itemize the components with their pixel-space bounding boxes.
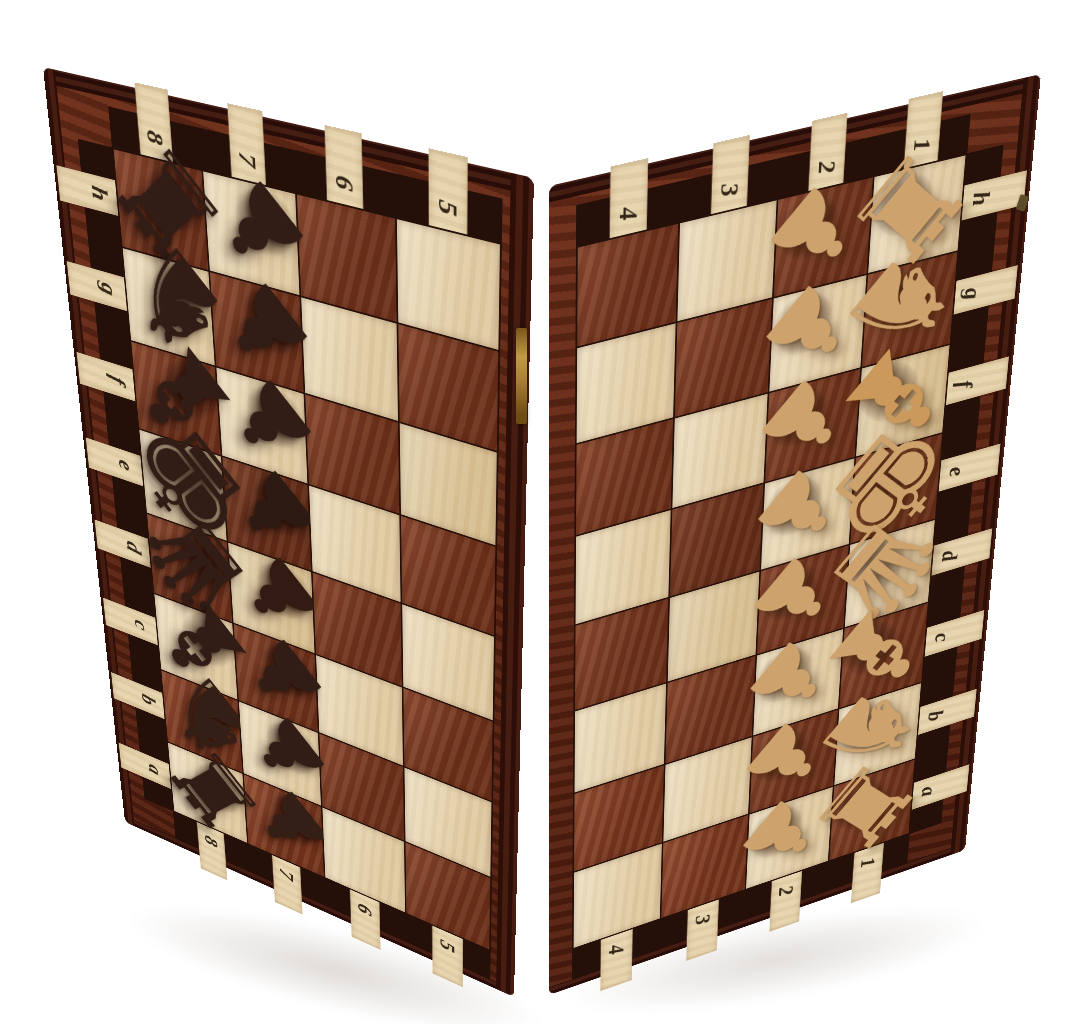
right-half-squares: ♟♜♟♞♟♝♟♚♟♛♟♝♟♞♟♜ [572,153,967,949]
board-left-half-black-side: 8765 hgfedcba 8765 ♜♟♞♟♝♟♚♟♛♟♝♟♞♟♜♟ [43,67,534,997]
hinge-icon [516,328,527,424]
board-right-half-white-side: 4321 hgfedcba 4321 ♟♜♟♞♟♝♟♚♟♛♟♝♟♞♟♜ [549,74,1041,995]
product-photo-folding-chess-set: 8765 hgfedcba 8765 ♜♟♞♟♝♟♚♟♛♟♝♟♞♟♜♟ 4321… [0,0,1075,1024]
